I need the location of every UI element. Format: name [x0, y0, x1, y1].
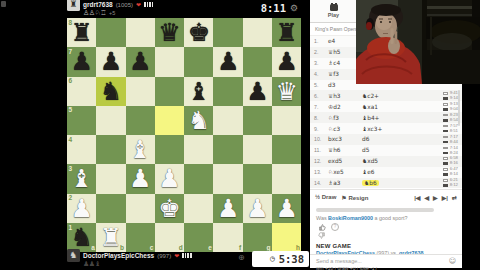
square-g7[interactable] [243, 47, 272, 76]
black-pawn-f7[interactable]: ♟ [213, 47, 242, 76]
move-number: 7. [314, 104, 328, 110]
square-g4[interactable] [243, 135, 272, 164]
file-label-f: f [239, 245, 241, 252]
black-move[interactable]: ♝e6 [362, 169, 399, 175]
rank-label-4: 4 [69, 137, 73, 144]
file-label-e: e [208, 245, 212, 252]
white-pawn-g2[interactable]: ♟ [243, 194, 272, 223]
resign-button[interactable]: ⚑ Resign [341, 194, 368, 201]
black-knight-b6[interactable]: ♞ [96, 77, 125, 106]
bottom-player-rating: (997) [157, 253, 171, 259]
move-number: 2. [314, 49, 328, 55]
flair-icon: ❤ [174, 253, 179, 259]
square-h1[interactable]: h [272, 223, 301, 252]
move-times: 7:578:51 [399, 124, 462, 134]
square-d2[interactable]: ♚ [155, 194, 184, 223]
opening-name: King's Pawn Opening [310, 23, 361, 36]
sportsmanship-prompt: Was [316, 215, 327, 221]
white-pawn-h2[interactable]: ♟ [272, 194, 301, 223]
square-f8[interactable] [213, 18, 242, 47]
webcam-video [356, 0, 480, 84]
rank-label-6: 6 [69, 78, 73, 85]
move-number: 10. [314, 136, 328, 142]
gear-icon[interactable]: ⚙ [290, 3, 298, 13]
square-h7[interactable]: ♟ [272, 47, 301, 76]
move-times: 7:178:44 [399, 135, 462, 145]
black-move[interactable]: ♝b4+ [362, 115, 399, 121]
square-f1[interactable]: f [213, 223, 242, 252]
square-g1[interactable]: g [243, 223, 272, 252]
square-f4[interactable] [213, 135, 242, 164]
square-b8[interactable] [96, 18, 125, 47]
move-row-8[interactable]: 8.♘f3♝b4+8:238:54 [310, 112, 462, 123]
bottom-player-banner: ♞ DoctorPlaysEpicChess (997) ❤ ♟♟♝ [67, 251, 192, 268]
square-g6[interactable]: ♟ [243, 77, 272, 106]
square-b4[interactable] [96, 135, 125, 164]
connection-bars-icon [144, 2, 153, 7]
black-bishop-e6[interactable]: ♝ [184, 77, 213, 106]
top-captured-pieces: ♙♙♘♖ [83, 9, 106, 17]
move-times: 9:139:04 [399, 102, 462, 112]
nav-back-button[interactable]: ◀ [424, 194, 429, 201]
bottom-player-avatar[interactable]: ♞ [67, 249, 80, 262]
square-d5[interactable] [155, 106, 184, 135]
chess-board[interactable]: ♜8♛♚♜♟7♟♟♟♟6♞♝♟♛5♞4♝♝3♟♟♟2♚♟♟♟♞1a♜bcdefg… [67, 18, 301, 252]
square-b2[interactable] [96, 194, 125, 223]
bottom-player-name[interactable]: DoctorPlaysEpicChess [83, 252, 154, 259]
black-rook-h8[interactable]: ♜ [272, 18, 301, 47]
move-row-10[interactable]: 10.bxc3d67:178:44 [310, 134, 462, 145]
square-f5[interactable] [213, 106, 242, 135]
top-player-rating: (1005) [116, 2, 133, 8]
move-number: 6. [314, 93, 328, 99]
move-nav-controls: |◀ ◀ ▶ ▶| ⇄ [414, 194, 457, 201]
move-number: 3. [314, 60, 328, 66]
square-d1[interactable]: d [155, 223, 184, 252]
move-number: 14. [314, 180, 328, 186]
move-number: 4. [314, 71, 328, 77]
square-e1[interactable]: e [184, 223, 213, 252]
white-bishop-c4[interactable]: ♝ [126, 135, 155, 164]
square-a5[interactable]: 5 [67, 106, 96, 135]
square-c7[interactable]: ♟ [126, 47, 155, 76]
flair-icon: ❤ [136, 2, 141, 8]
square-e5[interactable]: ♞ [184, 106, 213, 135]
bottom-captured-pieces: ♟♟♝ [83, 260, 100, 268]
tab-play[interactable]: Play [310, 0, 357, 22]
square-a7[interactable]: ♟7 [67, 47, 96, 76]
white-move[interactable]: ♔d2 [328, 104, 362, 110]
white-pawn-c3[interactable]: ♟ [126, 164, 155, 193]
black-move[interactable]: ♞xa1 [362, 104, 399, 110]
square-h8[interactable]: ♜ [272, 18, 301, 47]
white-move[interactable]: ♘xe5 [328, 169, 362, 175]
move-row-9[interactable]: 9.♘c3♝xc3+7:578:51 [310, 123, 462, 134]
square-a6[interactable]: 6 [67, 77, 96, 106]
top-player-avatar[interactable]: ♜ [67, 0, 80, 11]
white-move[interactable]: bxc3 [328, 136, 362, 142]
square-e8[interactable]: ♚ [184, 18, 213, 47]
move-times: 7:148:24 [399, 146, 462, 156]
rank-label-1: 1 [69, 225, 73, 232]
move-times: 9:419:14 [399, 91, 462, 101]
thumbs-up-icon[interactable] [318, 223, 326, 231]
add-time-icon[interactable]: ⊕ [238, 253, 245, 262]
move-row-12[interactable]: 12.exd5♞xd56:588:16 [310, 156, 462, 167]
square-a2[interactable]: ♟2 [67, 194, 96, 223]
chat-placeholder: Send a message... [316, 258, 449, 264]
black-move[interactable]: ♞b6 [362, 180, 399, 186]
top-player-banner: ♜ grdrt7638 (1005) ❤ ♙♙♘♖ +5 [67, 0, 153, 17]
move-number: 13. [314, 169, 328, 175]
square-b7[interactable]: ♟ [96, 47, 125, 76]
square-f3[interactable] [213, 164, 242, 193]
square-h6[interactable]: ♛ [272, 77, 301, 106]
square-c5[interactable] [126, 106, 155, 135]
square-e2[interactable] [184, 194, 213, 223]
chess-clock-icon [330, 4, 338, 11]
move-row-13[interactable]: 13.♘xe5♝e66:478:14 [310, 167, 462, 178]
square-e7[interactable] [184, 47, 213, 76]
white-move[interactable]: ♕h3 [328, 93, 362, 99]
square-a3[interactable]: ♝3 [67, 164, 96, 193]
move-times: 6:588:16 [399, 156, 462, 166]
game-toolbar: ½ Draw ⚑ Resign |◀ ◀ ▶ ▶| ⇄ [310, 189, 462, 204]
rank-label-3: 3 [69, 166, 73, 173]
white-move[interactable]: ♘f3 [328, 115, 362, 121]
top-player-name[interactable]: grdrt7638 [83, 1, 113, 8]
square-a4[interactable]: 4 [67, 135, 96, 164]
question-circle-icon[interactable]: ? [331, 223, 339, 231]
square-e6[interactable]: ♝ [184, 77, 213, 106]
black-pawn-c7[interactable]: ♟ [126, 47, 155, 76]
square-h3[interactable] [272, 164, 301, 193]
white-move[interactable]: ♕h6 [328, 147, 362, 153]
move-number: 11. [314, 147, 328, 153]
move-number: 12. [314, 158, 328, 164]
white-knight-e5[interactable]: ♞ [184, 106, 213, 135]
square-c4[interactable]: ♝ [126, 135, 155, 164]
square-c1[interactable]: c [126, 223, 155, 252]
square-e4[interactable] [184, 135, 213, 164]
emoji-icon[interactable]: ☺ [449, 257, 456, 265]
move-number: 9. [314, 126, 328, 132]
white-move[interactable]: exd5 [328, 158, 362, 164]
square-d7[interactable] [155, 47, 184, 76]
white-pawn-d3[interactable]: ♟ [155, 164, 184, 193]
move-row-6[interactable]: 6.♕h3♞c2+9:419:14 [310, 90, 462, 101]
square-c3[interactable]: ♟ [126, 164, 155, 193]
square-b3[interactable] [96, 164, 125, 193]
black-move[interactable]: ♞xd5 [362, 158, 399, 164]
move-number: 5. [314, 82, 328, 88]
square-d3[interactable]: ♟ [155, 164, 184, 193]
white-pawn-f2[interactable]: ♟ [213, 194, 242, 223]
black-move[interactable]: ♞c2+ [362, 93, 399, 99]
rank-label-8: 8 [69, 20, 73, 27]
thumbs-down-icon[interactable] [318, 232, 326, 240]
square-d8[interactable]: ♛ [155, 18, 184, 47]
square-g8[interactable] [243, 18, 272, 47]
new-game-heading: NEW GAME [316, 243, 456, 249]
white-move[interactable]: ♗a3 [328, 180, 362, 186]
square-h5[interactable] [272, 106, 301, 135]
draw-button[interactable]: ½ Draw [315, 194, 336, 200]
nav-forward-button[interactable]: ▶ [433, 194, 438, 201]
black-pawn-g6[interactable]: ♟ [243, 77, 272, 106]
black-king-e8[interactable]: ♚ [184, 18, 213, 47]
square-f7[interactable]: ♟ [213, 47, 242, 76]
rank-label-7: 7 [69, 49, 73, 56]
move-row-7[interactable]: 7.♔d2♞xa19:139:04 [310, 101, 462, 112]
square-b5[interactable] [96, 106, 125, 135]
move-row-14[interactable]: 14.♗a3♞b66:218:12 [310, 178, 462, 189]
rank-label-2: 2 [69, 195, 73, 202]
square-c8[interactable] [126, 18, 155, 47]
white-move[interactable]: ♘c3 [328, 126, 362, 132]
square-h2[interactable]: ♟ [272, 194, 301, 223]
square-c6[interactable] [126, 77, 155, 106]
white-queen-h6[interactable]: ♛ [272, 77, 301, 106]
black-queen-d8[interactable]: ♛ [155, 18, 184, 47]
black-move[interactable]: d6 [362, 136, 399, 142]
black-move[interactable]: d5 [362, 147, 399, 153]
bottom-player-clock: ◷ 5:38 [252, 251, 309, 268]
corner-artifact [1, 1, 6, 7]
material-advantage: +5 [109, 10, 115, 16]
square-d4[interactable] [155, 135, 184, 164]
square-a1[interactable]: ♞1a [67, 223, 96, 252]
flip-board-button[interactable]: ⇄ [452, 194, 457, 201]
black-move[interactable]: ♝xc3+ [362, 126, 399, 132]
square-g2[interactable]: ♟ [243, 194, 272, 223]
opponent-username-link[interactable]: BoskiRoman9000 [328, 215, 373, 221]
move-times: 6:478:14 [399, 167, 462, 177]
square-e3[interactable] [184, 164, 213, 193]
nav-last-button[interactable]: ▶| [442, 194, 448, 201]
square-b6[interactable]: ♞ [96, 77, 125, 106]
nav-first-button[interactable]: |◀ [414, 194, 420, 201]
clipped-chat-line [316, 208, 434, 212]
webcam-overlay [356, 0, 480, 84]
square-f2[interactable]: ♟ [213, 194, 242, 223]
clock-icon: ◷ [270, 254, 275, 263]
top-player-clock: 8:11 [248, 2, 286, 14]
square-g3[interactable] [243, 164, 272, 193]
chat-input[interactable]: Send a message... ☺ [310, 254, 462, 267]
square-c2[interactable] [126, 194, 155, 223]
square-d6[interactable] [155, 77, 184, 106]
rank-label-5: 5 [69, 107, 73, 114]
connection-bars-icon [182, 253, 191, 258]
move-number: 1. [314, 38, 328, 44]
move-times: 6:218:12 [399, 178, 462, 188]
square-f6[interactable] [213, 77, 242, 106]
black-pawn-b7[interactable]: ♟ [96, 47, 125, 76]
black-pawn-h7[interactable]: ♟ [272, 47, 301, 76]
square-a8[interactable]: ♜8 [67, 18, 96, 47]
square-g5[interactable] [243, 106, 272, 135]
move-times: 8:238:54 [399, 113, 462, 123]
move-number: 8. [314, 115, 328, 121]
white-king-d2[interactable]: ♚ [155, 194, 184, 223]
scrollbar[interactable] [458, 90, 460, 126]
square-h4[interactable] [272, 135, 301, 164]
move-row-11[interactable]: 11.♕h6d57:148:24 [310, 145, 462, 156]
square-b1[interactable]: ♜b [96, 223, 125, 252]
